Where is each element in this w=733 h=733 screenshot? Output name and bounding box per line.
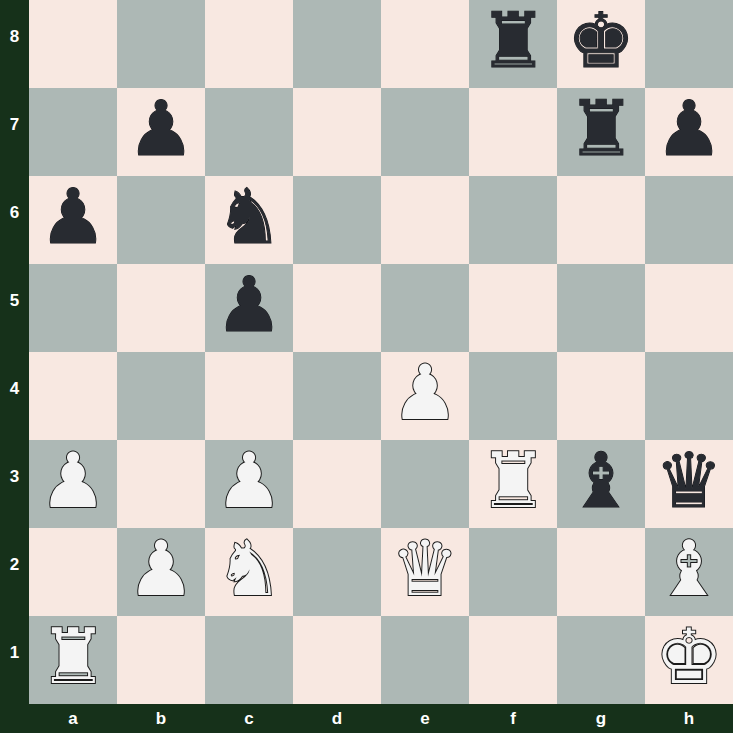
square-e8[interactable] (381, 0, 469, 88)
rank-labels: 87654321 (0, 0, 29, 704)
square-g8[interactable]: ♚ (557, 0, 645, 88)
square-f4[interactable] (469, 352, 557, 440)
square-e7[interactable] (381, 88, 469, 176)
piece-black-pawn-c5[interactable]: ♟ (215, 267, 283, 343)
square-b7[interactable]: ♟ (117, 88, 205, 176)
square-h3[interactable]: ♛ (645, 440, 733, 528)
square-g2[interactable] (557, 528, 645, 616)
square-a7[interactable] (29, 88, 117, 176)
square-f1[interactable] (469, 616, 557, 704)
square-e3[interactable] (381, 440, 469, 528)
rank-label-6: 6 (0, 169, 29, 257)
piece-white-pawn-c3[interactable]: ♟ (215, 443, 283, 519)
square-a2[interactable] (29, 528, 117, 616)
square-f2[interactable] (469, 528, 557, 616)
chess-board-frame: 87654321 ♜♚♟♜♟♟♞♟♟♟♟♜♝♛♟♞♛♝♜♚ abcdefgh (0, 0, 733, 733)
square-e1[interactable] (381, 616, 469, 704)
file-label-a: a (29, 704, 117, 733)
square-e2[interactable]: ♛ (381, 528, 469, 616)
chess-board[interactable]: ♜♚♟♜♟♟♞♟♟♟♟♜♝♛♟♞♛♝♜♚ (29, 0, 733, 704)
piece-black-knight-c6[interactable]: ♞ (215, 179, 283, 255)
piece-black-rook-f8[interactable]: ♜ (479, 3, 547, 79)
square-g6[interactable] (557, 176, 645, 264)
square-h1[interactable]: ♚ (645, 616, 733, 704)
square-f5[interactable] (469, 264, 557, 352)
rank-label-7: 7 (0, 81, 29, 169)
file-label-f: f (469, 704, 557, 733)
file-labels: abcdefgh (29, 704, 733, 733)
square-d2[interactable] (293, 528, 381, 616)
piece-black-rook-g7[interactable]: ♜ (567, 91, 635, 167)
rank-label-1: 1 (0, 609, 29, 697)
piece-white-bishop-h2[interactable]: ♝ (655, 531, 723, 607)
rank-label-2: 2 (0, 521, 29, 609)
file-label-h: h (645, 704, 733, 733)
square-h8[interactable] (645, 0, 733, 88)
file-label-d: d (293, 704, 381, 733)
square-h4[interactable] (645, 352, 733, 440)
piece-white-pawn-e4[interactable]: ♟ (391, 355, 459, 431)
file-label-c: c (205, 704, 293, 733)
rank-label-5: 5 (0, 257, 29, 345)
square-b4[interactable] (117, 352, 205, 440)
square-d8[interactable] (293, 0, 381, 88)
square-g4[interactable] (557, 352, 645, 440)
square-a3[interactable]: ♟ (29, 440, 117, 528)
square-a4[interactable] (29, 352, 117, 440)
square-b5[interactable] (117, 264, 205, 352)
piece-white-rook-a1[interactable]: ♜ (39, 619, 107, 695)
square-g1[interactable] (557, 616, 645, 704)
square-b2[interactable]: ♟ (117, 528, 205, 616)
file-label-g: g (557, 704, 645, 733)
square-c6[interactable]: ♞ (205, 176, 293, 264)
piece-white-rook-f3[interactable]: ♜ (479, 443, 547, 519)
rank-label-4: 4 (0, 345, 29, 433)
square-d6[interactable] (293, 176, 381, 264)
square-h7[interactable]: ♟ (645, 88, 733, 176)
square-d7[interactable] (293, 88, 381, 176)
square-b6[interactable] (117, 176, 205, 264)
piece-white-king-h1[interactable]: ♚ (655, 619, 723, 695)
rank-label-8: 8 (0, 0, 29, 81)
file-label-b: b (117, 704, 205, 733)
square-a5[interactable] (29, 264, 117, 352)
square-e4[interactable]: ♟ (381, 352, 469, 440)
rank-label-3: 3 (0, 433, 29, 521)
square-b3[interactable] (117, 440, 205, 528)
square-a1[interactable]: ♜ (29, 616, 117, 704)
file-label-e: e (381, 704, 469, 733)
square-f8[interactable]: ♜ (469, 0, 557, 88)
piece-white-pawn-a3[interactable]: ♟ (39, 443, 107, 519)
piece-black-king-g8[interactable]: ♚ (567, 3, 635, 79)
square-c3[interactable]: ♟ (205, 440, 293, 528)
square-b1[interactable] (117, 616, 205, 704)
square-g3[interactable]: ♝ (557, 440, 645, 528)
square-a8[interactable] (29, 0, 117, 88)
square-g5[interactable] (557, 264, 645, 352)
square-d4[interactable] (293, 352, 381, 440)
square-d1[interactable] (293, 616, 381, 704)
piece-black-pawn-a6[interactable]: ♟ (39, 179, 107, 255)
square-c7[interactable] (205, 88, 293, 176)
piece-black-pawn-b7[interactable]: ♟ (127, 91, 195, 167)
piece-black-bishop-g3[interactable]: ♝ (567, 443, 635, 519)
square-c4[interactable] (205, 352, 293, 440)
piece-white-pawn-b2[interactable]: ♟ (127, 531, 195, 607)
piece-white-knight-c2[interactable]: ♞ (215, 531, 283, 607)
piece-black-pawn-h7[interactable]: ♟ (655, 91, 723, 167)
piece-white-queen-e2[interactable]: ♛ (391, 531, 459, 607)
square-c2[interactable]: ♞ (205, 528, 293, 616)
square-a6[interactable]: ♟ (29, 176, 117, 264)
square-h2[interactable]: ♝ (645, 528, 733, 616)
square-e5[interactable] (381, 264, 469, 352)
square-h6[interactable] (645, 176, 733, 264)
square-c1[interactable] (205, 616, 293, 704)
square-c8[interactable] (205, 0, 293, 88)
square-f6[interactable] (469, 176, 557, 264)
square-d5[interactable] (293, 264, 381, 352)
square-f7[interactable] (469, 88, 557, 176)
square-f3[interactable]: ♜ (469, 440, 557, 528)
square-d3[interactable] (293, 440, 381, 528)
piece-black-queen-h3[interactable]: ♛ (655, 443, 723, 519)
square-b8[interactable] (117, 0, 205, 88)
square-c5[interactable]: ♟ (205, 264, 293, 352)
square-e6[interactable] (381, 176, 469, 264)
square-h5[interactable] (645, 264, 733, 352)
square-g7[interactable]: ♜ (557, 88, 645, 176)
board-corner-spacer (0, 704, 29, 733)
